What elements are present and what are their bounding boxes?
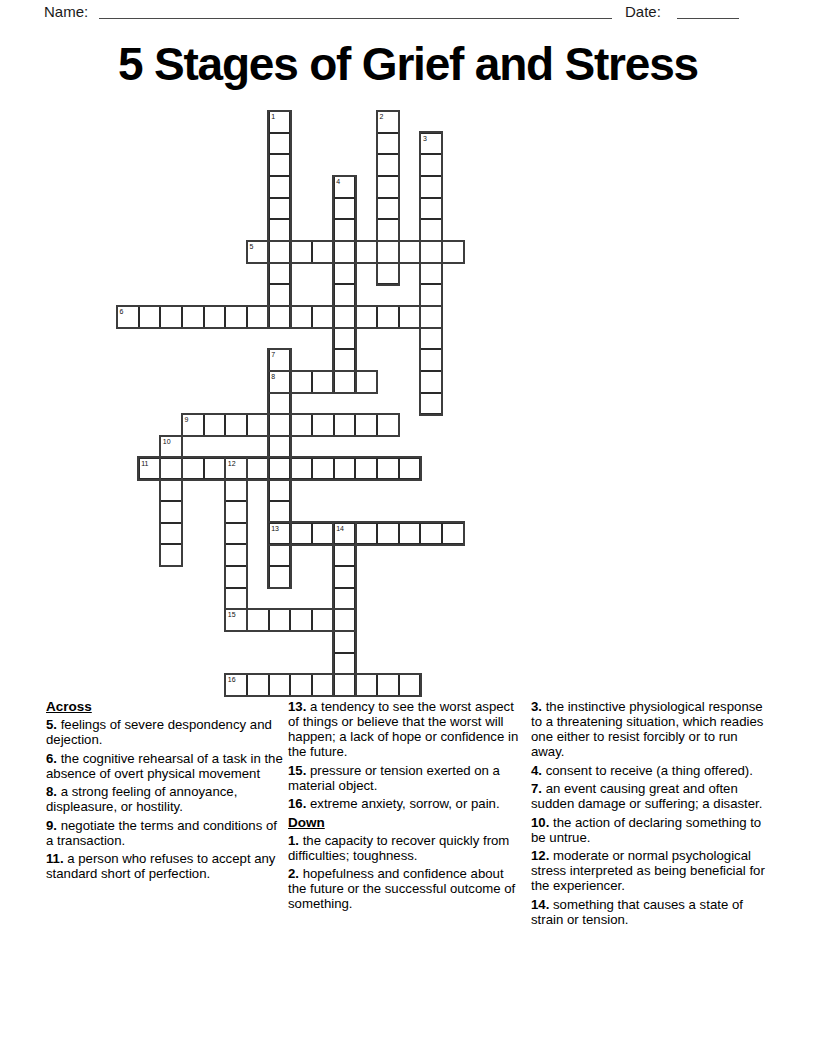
grid-cell-r9c11[interactable]: [354, 305, 378, 329]
clue-number-15: 15: [228, 611, 236, 618]
clue-number-label: 7.: [531, 781, 542, 796]
grid-cell-r9c9[interactable]: [311, 305, 335, 329]
clue-down-2: 2. hopefulness and confidence about the …: [288, 866, 525, 911]
clue-number-label: 8.: [46, 784, 57, 799]
grid-cell-r23c6[interactable]: [246, 608, 270, 632]
grid-cell-r16c10[interactable]: [333, 457, 357, 481]
grid-cell-r1c12[interactable]: [376, 132, 400, 156]
date-label: Date:: [625, 3, 661, 20]
grid-cell-r3c14[interactable]: [419, 175, 443, 199]
grid-cell-r14c5[interactable]: [224, 413, 248, 437]
grid-cell-r6c10[interactable]: [333, 240, 357, 264]
grid-cell-r23c8[interactable]: [289, 608, 313, 632]
clue-number-label: 13.: [288, 699, 306, 714]
clue-down-12: 12. moderate or normal psychological str…: [531, 848, 768, 893]
grid-cell-r19c12[interactable]: [376, 522, 400, 546]
grid-cell-r16c8[interactable]: [289, 457, 313, 481]
grid-cell-r10c10[interactable]: [333, 327, 357, 351]
grid-cell-r4c12[interactable]: [376, 197, 400, 221]
clue-number-label: 5.: [46, 717, 57, 732]
clue-number-label: 11.: [46, 851, 64, 866]
grid-cell-r16c5[interactable]: 12: [224, 457, 248, 481]
grid-cell-r20c7[interactable]: [268, 543, 292, 567]
grid-cell-r5c14[interactable]: [419, 218, 443, 242]
grid-cell-r9c0[interactable]: 6: [116, 305, 140, 329]
grid-cell-r6c7[interactable]: [268, 240, 292, 264]
clue-number-14: 14: [336, 525, 344, 532]
clue-column-2: 13. a tendency to see the worst aspect o…: [288, 699, 525, 915]
clue-number-label: 4.: [531, 763, 542, 778]
clue-number-1: 1: [271, 113, 275, 120]
grid-cell-r6c11[interactable]: [354, 240, 378, 264]
grid-cell-r14c6[interactable]: [246, 413, 270, 437]
grid-cell-r22c10[interactable]: [333, 587, 357, 611]
clue-number-5: 5: [250, 243, 254, 250]
grid-cell-r2c12[interactable]: [376, 153, 400, 177]
grid-cell-r5c10[interactable]: [333, 218, 357, 242]
grid-cell-r15c7[interactable]: [268, 435, 292, 459]
grid-cell-r16c11[interactable]: [354, 457, 378, 481]
grid-cell-r19c8[interactable]: [289, 522, 313, 546]
date-blank-line[interactable]: [677, 18, 739, 19]
grid-cell-r9c12[interactable]: [376, 305, 400, 329]
grid-cell-r13c14[interactable]: [419, 392, 443, 416]
grid-cell-r20c10[interactable]: [333, 543, 357, 567]
clue-number-3: 3: [423, 135, 427, 142]
grid-cell-r4c14[interactable]: [419, 197, 443, 221]
grid-cell-r5c7[interactable]: [268, 218, 292, 242]
grid-cell-r12c7[interactable]: 8: [268, 370, 292, 394]
clue-number-label: 14.: [531, 897, 549, 912]
clue-number-label: 9.: [46, 818, 57, 833]
clue-down-3: 3. the instinctive physiological respons…: [531, 699, 768, 759]
grid-cell-r16c1[interactable]: 11: [138, 457, 162, 481]
grid-cell-r9c10[interactable]: [333, 305, 357, 329]
grid-cell-r16c13[interactable]: [398, 457, 422, 481]
clue-across-11: 11. a person who refuses to accept any s…: [46, 851, 283, 881]
clue-across-8: 8. a strong feeling of annoyance, disple…: [46, 784, 283, 814]
grid-cell-r23c5[interactable]: 15: [224, 608, 248, 632]
grid-cell-r16c12[interactable]: [376, 457, 400, 481]
grid-cell-r26c10[interactable]: [333, 673, 357, 697]
grid-cell-r9c3[interactable]: [181, 305, 205, 329]
grid-cell-r18c5[interactable]: [224, 500, 248, 524]
grid-cell-r26c6[interactable]: [246, 673, 270, 697]
grid-cell-r7c10[interactable]: [333, 262, 357, 286]
grid-cell-r20c2[interactable]: [159, 543, 183, 567]
grid-cell-r19c14[interactable]: [419, 522, 443, 546]
grid-cell-r25c10[interactable]: [333, 652, 357, 676]
grid-cell-r23c9[interactable]: [311, 608, 335, 632]
grid-cell-r16c6[interactable]: [246, 457, 270, 481]
clue-number-6: 6: [120, 308, 124, 315]
grid-cell-r1c14[interactable]: 3: [419, 132, 443, 156]
grid-cell-r16c4[interactable]: [203, 457, 227, 481]
grid-cell-r16c7[interactable]: [268, 457, 292, 481]
clue-number-label: 2.: [288, 866, 299, 881]
grid-cell-r2c7[interactable]: [268, 153, 292, 177]
grid-cell-r26c13[interactable]: [398, 673, 422, 697]
grid-cell-r14c8[interactable]: [289, 413, 313, 437]
clue-number-16: 16: [228, 676, 236, 683]
grid-cell-r6c13[interactable]: [398, 240, 422, 264]
name-label: Name:: [44, 3, 88, 20]
grid-cell-r9c13[interactable]: [398, 305, 422, 329]
grid-cell-r17c2[interactable]: [159, 478, 183, 502]
grid-cell-r14c12[interactable]: [376, 413, 400, 437]
grid-cell-r7c14[interactable]: [419, 262, 443, 286]
grid-cell-r19c15[interactable]: [441, 522, 465, 546]
clue-number-label: 16.: [288, 796, 306, 811]
clue-across-16: 16. extreme anxiety, sorrow, or pain.: [288, 796, 525, 811]
grid-cell-r26c5[interactable]: 16: [224, 673, 248, 697]
grid-cell-r12c10[interactable]: [333, 370, 357, 394]
grid-cell-r26c7[interactable]: [268, 673, 292, 697]
clue-down-14: 14. something that causes a state of str…: [531, 897, 768, 927]
grid-cell-r14c3[interactable]: 9: [181, 413, 205, 437]
clue-number-label: 10.: [531, 815, 549, 830]
grid-cell-r14c7[interactable]: [268, 413, 292, 437]
clue-down-10: 10. the action of declaring something to…: [531, 815, 768, 845]
grid-cell-r16c2[interactable]: [159, 457, 183, 481]
down-heading: Down: [288, 815, 525, 830]
clue-across-15: 15. pressure or tension exerted on a mat…: [288, 763, 525, 793]
clue-number-label: 12.: [531, 848, 549, 863]
grid-cell-r11c14[interactable]: [419, 348, 443, 372]
clue-column-1: Across5. feelings of severe despondency …: [46, 699, 283, 885]
grid-cell-r18c7[interactable]: [268, 500, 292, 524]
clue-column-3: 3. the instinctive physiological respons…: [531, 699, 768, 930]
grid-cell-r6c12[interactable]: [376, 240, 400, 264]
grid-cell-r0c7[interactable]: 1: [268, 110, 292, 134]
grid-cell-r7c7[interactable]: [268, 262, 292, 286]
grid-cell-r10c14[interactable]: [419, 327, 443, 351]
grid-cell-r4c7[interactable]: [268, 197, 292, 221]
across-heading: Across: [46, 699, 283, 714]
clue-down-7: 7. an event causing great and often sudd…: [531, 781, 768, 811]
grid-cell-r26c8[interactable]: [289, 673, 313, 697]
grid-cell-r26c11[interactable]: [354, 673, 378, 697]
grid-cell-r9c1[interactable]: [138, 305, 162, 329]
grid-cell-r9c14[interactable]: [419, 305, 443, 329]
grid-cell-r12c11[interactable]: [354, 370, 378, 394]
grid-cell-r9c5[interactable]: [224, 305, 248, 329]
grid-cell-r19c11[interactable]: [354, 522, 378, 546]
clue-number-9: 9: [185, 416, 189, 423]
grid-cell-r19c10[interactable]: 14: [333, 522, 357, 546]
clue-number-2: 2: [380, 113, 384, 120]
grid-cell-r14c10[interactable]: [333, 413, 357, 437]
grid-cell-r5c12[interactable]: [376, 218, 400, 242]
clue-number-12: 12: [228, 460, 236, 467]
grid-cell-r14c11[interactable]: [354, 413, 378, 437]
grid-cell-r19c7[interactable]: 13: [268, 522, 292, 546]
grid-cell-r0c12[interactable]: 2: [376, 110, 400, 134]
grid-cell-r4c10[interactable]: [333, 197, 357, 221]
grid-cell-r3c10[interactable]: 4: [333, 175, 357, 199]
clue-number-label: 3.: [531, 699, 542, 714]
grid-cell-r19c13[interactable]: [398, 522, 422, 546]
grid-cell-r11c7[interactable]: 7: [268, 348, 292, 372]
grid-cell-r11c10[interactable]: [333, 348, 357, 372]
clue-across-6: 6. the cognitive rehearsal of a task in …: [46, 751, 283, 781]
clue-down-4: 4. consent to receive (a thing offered).: [531, 763, 768, 778]
grid-cell-r7c12[interactable]: [376, 262, 400, 286]
grid-cell-r14c4[interactable]: [203, 413, 227, 437]
clue-number-label: 6.: [46, 751, 57, 766]
grid-cell-r1c7[interactable]: [268, 132, 292, 156]
grid-cell-r21c10[interactable]: [333, 565, 357, 589]
grid-cell-r8c7[interactable]: [268, 283, 292, 307]
worksheet-page: Name: Date: 5 Stages of Grief and Stress…: [0, 0, 816, 1056]
clue-across-9: 9. negotiate the terms and conditions of…: [46, 818, 283, 848]
grid-cell-r26c9[interactable]: [311, 673, 335, 697]
grid-cell-r6c14[interactable]: [419, 240, 443, 264]
grid-cell-r13c7[interactable]: [268, 392, 292, 416]
grid-cell-r6c15[interactable]: [441, 240, 465, 264]
name-blank-line[interactable]: [99, 18, 612, 19]
clue-number-4: 4: [336, 178, 340, 185]
grid-cell-r20c5[interactable]: [224, 543, 248, 567]
grid-cell-r21c7[interactable]: [268, 565, 292, 589]
grid-cell-r9c7[interactable]: [268, 305, 292, 329]
grid-cell-r15c2[interactable]: 10: [159, 435, 183, 459]
clue-number-13: 13: [271, 525, 279, 532]
grid-cell-r6c9[interactable]: [311, 240, 335, 264]
grid-cell-r9c8[interactable]: [289, 305, 313, 329]
grid-cell-r8c10[interactable]: [333, 283, 357, 307]
grid-cell-r24c10[interactable]: [333, 630, 357, 654]
clue-down-1: 1. the capacity to recover quickly from …: [288, 833, 525, 863]
grid-cell-r16c9[interactable]: [311, 457, 335, 481]
grid-cell-r18c2[interactable]: [159, 500, 183, 524]
grid-cell-r6c8[interactable]: [289, 240, 313, 264]
grid-cell-r19c2[interactable]: [159, 522, 183, 546]
grid-cell-r6c6[interactable]: 5: [246, 240, 270, 264]
grid-cell-r26c12[interactable]: [376, 673, 400, 697]
grid-cell-r9c6[interactable]: [246, 305, 270, 329]
grid-cell-r19c9[interactable]: [311, 522, 335, 546]
grid-cell-r12c8[interactable]: [289, 370, 313, 394]
grid-cell-r17c5[interactable]: [224, 478, 248, 502]
clue-number-7: 7: [271, 351, 275, 358]
grid-cell-r22c5[interactable]: [224, 587, 248, 611]
grid-cell-r17c7[interactable]: [268, 478, 292, 502]
clue-number-10: 10: [163, 438, 171, 445]
grid-cell-r3c12[interactable]: [376, 175, 400, 199]
grid-cell-r16c3[interactable]: [181, 457, 205, 481]
grid-cell-r2c14[interactable]: [419, 153, 443, 177]
grid-cell-r9c4[interactable]: [203, 305, 227, 329]
clue-number-8: 8: [271, 373, 275, 380]
grid-cell-r19c5[interactable]: [224, 522, 248, 546]
grid-cell-r23c10[interactable]: [333, 608, 357, 632]
grid-cell-r21c5[interactable]: [224, 565, 248, 589]
grid-cell-r23c7[interactable]: [268, 608, 292, 632]
grid-cell-r9c2[interactable]: [159, 305, 183, 329]
clue-number-11: 11: [141, 460, 148, 467]
clue-number-label: 1.: [288, 833, 299, 848]
grid-cell-r12c9[interactable]: [311, 370, 335, 394]
clue-across-5: 5. feelings of severe despondency and de…: [46, 717, 283, 747]
grid-cell-r8c14[interactable]: [419, 283, 443, 307]
clue-across-13: 13. a tendency to see the worst aspect o…: [288, 699, 525, 759]
clue-number-label: 15.: [288, 763, 306, 778]
page-title: 5 Stages of Grief and Stress: [0, 37, 816, 91]
grid-cell-r14c9[interactable]: [311, 413, 335, 437]
grid-cell-r3c7[interactable]: [268, 175, 292, 199]
